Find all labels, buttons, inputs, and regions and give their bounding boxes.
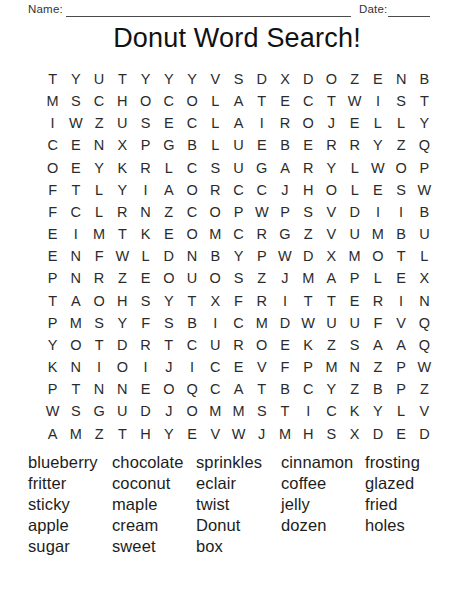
grid-cell[interactable]: S [390, 90, 413, 112]
grid-cell[interactable]: Y [366, 401, 389, 423]
grid-cell[interactable]: M [250, 312, 273, 334]
word-item: blueberry [28, 453, 98, 472]
grid-cell[interactable]: V [320, 201, 343, 223]
grid-cell[interactable]: A [41, 423, 64, 445]
grid-cell[interactable]: E [366, 68, 389, 90]
grid-cell[interactable]: A [227, 378, 250, 400]
grid-cell[interactable]: Z [343, 378, 366, 400]
grid-cell[interactable]: D [111, 334, 134, 356]
grid-cell[interactable]: V [413, 401, 436, 423]
grid-cell[interactable]: A [390, 334, 413, 356]
grid-cell[interactable]: O [204, 201, 227, 223]
grid-cell[interactable]: U [413, 223, 436, 245]
grid-cell[interactable]: V [320, 223, 343, 245]
grid-cell[interactable]: F [87, 245, 110, 267]
grid-cell[interactable]: S [204, 157, 227, 179]
grid-cell[interactable]: F [273, 356, 296, 378]
word-item: coffee [281, 474, 326, 493]
grid-cell[interactable]: X [413, 268, 436, 290]
grid-cell[interactable]: R [111, 201, 134, 223]
grid-cell[interactable]: G [250, 157, 273, 179]
grid-cell[interactable]: N [64, 245, 87, 267]
grid-cell[interactable]: T [320, 290, 343, 312]
word-item: eclair [196, 474, 236, 493]
grid-cell[interactable]: T [273, 401, 296, 423]
grid-cell[interactable]: C [180, 157, 203, 179]
grid-cell[interactable]: B [390, 223, 413, 245]
grid-cell[interactable]: N [64, 268, 87, 290]
grid-cell[interactable]: E [134, 268, 157, 290]
grid-cell[interactable]: G [87, 401, 110, 423]
grid-cell[interactable]: L [366, 112, 389, 134]
grid-cell[interactable]: P [41, 378, 64, 400]
grid-cell[interactable]: O [250, 334, 273, 356]
grid-cell[interactable]: E [390, 268, 413, 290]
grid-cell[interactable]: U [180, 268, 203, 290]
grid-cell[interactable]: W [41, 401, 64, 423]
grid-cell[interactable]: A [227, 112, 250, 134]
grid-cell[interactable]: B [180, 312, 203, 334]
grid-cell[interactable]: O [390, 157, 413, 179]
grid-cell[interactable]: A [366, 334, 389, 356]
grid-cell[interactable]: L [87, 201, 110, 223]
grid-cell[interactable]: H [297, 423, 320, 445]
grid-cell[interactable]: S [134, 112, 157, 134]
grid-cell[interactable]: U [111, 401, 134, 423]
grid-cell[interactable]: P [41, 312, 64, 334]
grid-cell[interactable]: C [64, 201, 87, 223]
grid-cell[interactable]: R [134, 157, 157, 179]
grid-cell[interactable]: Y [41, 334, 64, 356]
grid-cell[interactable]: T [250, 90, 273, 112]
grid-cell[interactable]: C [227, 312, 250, 334]
grid-cell[interactable]: E [273, 334, 296, 356]
grid-cell[interactable]: D [366, 423, 389, 445]
grid-cell[interactable]: Z [297, 223, 320, 245]
grid-cell[interactable]: E [343, 290, 366, 312]
grid-cell[interactable]: O [366, 245, 389, 267]
grid-cell[interactable]: U [320, 312, 343, 334]
word-item: sweet [112, 537, 156, 556]
grid-cell[interactable]: C [180, 334, 203, 356]
grid-cell[interactable]: M [64, 312, 87, 334]
grid-cell[interactable]: A [273, 157, 296, 179]
grid-cell[interactable]: W [413, 179, 436, 201]
grid-cell[interactable]: N [343, 356, 366, 378]
grid-cell[interactable]: S [250, 401, 273, 423]
word-item: glazed [365, 474, 414, 493]
grid-cell[interactable]: M [297, 268, 320, 290]
grid-cell[interactable]: L [204, 90, 227, 112]
grid-cell[interactable]: C [320, 401, 343, 423]
grid-cell[interactable]: I [134, 179, 157, 201]
grid-cell[interactable]: O [134, 90, 157, 112]
grid-cell[interactable]: E [227, 356, 250, 378]
grid-cell[interactable]: P [297, 356, 320, 378]
grid-cell[interactable]: V [204, 68, 227, 90]
grid-cell[interactable]: C [180, 201, 203, 223]
grid-cell[interactable]: T [157, 334, 180, 356]
grid-cell[interactable]: P [227, 201, 250, 223]
grid-cell[interactable]: L [204, 112, 227, 134]
grid-cell[interactable]: W [227, 423, 250, 445]
grid-cell[interactable]: B [273, 378, 296, 400]
grid-cell[interactable]: M [273, 423, 296, 445]
grid-cell[interactable]: M [204, 223, 227, 245]
grid-cell[interactable]: E [41, 223, 64, 245]
name-fill-in-line [66, 16, 351, 17]
grid-cell[interactable]: T [64, 179, 87, 201]
grid-cell[interactable]: Y [180, 68, 203, 90]
grid-cell[interactable]: N [111, 378, 134, 400]
grid-cell[interactable]: Y [87, 157, 110, 179]
grid-cell[interactable]: R [87, 268, 110, 290]
grid-cell[interactable]: O [64, 334, 87, 356]
grid-cell[interactable]: S [227, 268, 250, 290]
grid-cell[interactable]: L [390, 112, 413, 134]
grid-cell[interactable]: M [227, 401, 250, 423]
grid-cell[interactable]: K [134, 223, 157, 245]
word-item: cream [112, 516, 158, 535]
grid-cell[interactable]: Y [64, 68, 87, 90]
grid-cell[interactable]: O [204, 268, 227, 290]
grid-cell[interactable]: M [64, 423, 87, 445]
grid-cell[interactable]: T [390, 245, 413, 267]
grid-cell[interactable]: D [297, 68, 320, 90]
grid-cell[interactable]: C [297, 90, 320, 112]
grid-cell[interactable]: W [64, 112, 87, 134]
grid-cell[interactable]: K [297, 334, 320, 356]
grid-cell[interactable]: I [390, 290, 413, 312]
grid-cell[interactable]: W [111, 245, 134, 267]
grid-cell[interactable]: F [134, 312, 157, 334]
grid-cell[interactable]: C [204, 356, 227, 378]
grid-cell[interactable]: C [250, 179, 273, 201]
grid-cell[interactable]: Z [250, 268, 273, 290]
grid-cell[interactable]: I [87, 356, 110, 378]
grid-cell[interactable]: S [64, 401, 87, 423]
grid-cell[interactable]: N [134, 201, 157, 223]
grid-cell[interactable]: U [227, 157, 250, 179]
grid-cell[interactable]: Z [320, 334, 343, 356]
grid-cell[interactable]: Z [111, 268, 134, 290]
grid-cell[interactable]: Y [366, 135, 389, 157]
grid-cell[interactable]: K [343, 401, 366, 423]
grid-cell[interactable]: X [320, 245, 343, 267]
grid-cell[interactable]: T [297, 290, 320, 312]
grid-cell[interactable]: R [250, 290, 273, 312]
grid-cell[interactable]: H [111, 290, 134, 312]
grid-cell[interactable]: Q [180, 378, 203, 400]
grid-cell[interactable]: H [134, 423, 157, 445]
grid-cell[interactable]: A [320, 268, 343, 290]
grid-cell[interactable]: I [273, 290, 296, 312]
grid-cell[interactable]: F [41, 201, 64, 223]
grid-cell[interactable]: U [87, 68, 110, 90]
grid-cell[interactable]: D [250, 68, 273, 90]
grid-cell[interactable]: A [64, 290, 87, 312]
grid-cell[interactable]: B [180, 135, 203, 157]
grid-cell[interactable]: I [366, 90, 389, 112]
grid-cell[interactable]: R [273, 112, 296, 134]
grid-cell[interactable]: D [134, 401, 157, 423]
grid-cell[interactable]: O [157, 268, 180, 290]
grid-cell[interactable]: D [343, 201, 366, 223]
grid-cell[interactable]: X [204, 290, 227, 312]
grid-cell[interactable]: I [366, 201, 389, 223]
grid-cell[interactable]: L [366, 268, 389, 290]
grid-cell[interactable]: V [250, 356, 273, 378]
grid-cell[interactable]: I [204, 312, 227, 334]
grid-cell[interactable]: T [111, 68, 134, 90]
grid-cell[interactable]: V [390, 312, 413, 334]
grid-cell[interactable]: U [343, 223, 366, 245]
grid-cell[interactable]: L [204, 135, 227, 157]
grid-cell[interactable]: I [180, 356, 203, 378]
grid-cell[interactable]: N [413, 290, 436, 312]
grid-cell[interactable]: E [157, 223, 180, 245]
grid-cell[interactable]: Y [157, 290, 180, 312]
grid-cell[interactable]: W [343, 90, 366, 112]
grid-cell[interactable]: T [41, 68, 64, 90]
grid-cell[interactable]: Z [343, 68, 366, 90]
grid-cell[interactable]: O [297, 112, 320, 134]
grid-cell[interactable]: N [180, 245, 203, 267]
grid-cell[interactable]: R [366, 290, 389, 312]
grid-cell[interactable]: M [343, 245, 366, 267]
grid-cell[interactable]: N [87, 378, 110, 400]
grid-cell[interactable]: Z [87, 423, 110, 445]
grid-cell[interactable]: I [390, 201, 413, 223]
grid-cell[interactable]: U [227, 135, 250, 157]
grid-cell[interactable]: Y [320, 378, 343, 400]
grid-cell[interactable]: E [180, 423, 203, 445]
grid-cell[interactable]: B [273, 135, 296, 157]
grid-cell[interactable]: V [204, 423, 227, 445]
grid-cell[interactable]: M [204, 401, 227, 423]
grid-cell[interactable]: E [366, 179, 389, 201]
grid-cell[interactable]: I [134, 356, 157, 378]
grid-cell[interactable]: J [273, 268, 296, 290]
grid-cell[interactable]: Z [390, 135, 413, 157]
grid-cell[interactable]: P [413, 157, 436, 179]
grid-cell[interactable]: O [87, 290, 110, 312]
grid-cell[interactable]: J [157, 401, 180, 423]
grid-cell[interactable]: Q [413, 135, 436, 157]
grid-cell[interactable]: U [204, 334, 227, 356]
grid-cell[interactable]: T [111, 423, 134, 445]
grid-cell[interactable]: Q [413, 312, 436, 334]
grid-cell[interactable]: B [413, 201, 436, 223]
grid-cell[interactable]: C [297, 378, 320, 400]
grid-cell[interactable]: R [204, 179, 227, 201]
grid-cell[interactable]: G [273, 223, 296, 245]
grid-cell[interactable]: F [227, 290, 250, 312]
grid-cell[interactable]: D [273, 312, 296, 334]
grid-cell[interactable]: B [204, 245, 227, 267]
grid-cell[interactable]: O [180, 90, 203, 112]
grid-cell[interactable]: E [390, 423, 413, 445]
grid-cell[interactable]: P [390, 356, 413, 378]
grid-cell[interactable]: Y [157, 68, 180, 90]
grid-cell[interactable]: S [343, 334, 366, 356]
grid-cell[interactable]: E [297, 135, 320, 157]
grid-cell[interactable]: J [320, 112, 343, 134]
grid-cell[interactable]: Z [366, 356, 389, 378]
grid-cell[interactable]: S [87, 312, 110, 334]
grid-cell[interactable]: E [157, 112, 180, 134]
grid-cell[interactable]: N [87, 135, 110, 157]
grid-cell[interactable]: R [227, 334, 250, 356]
grid-cell[interactable]: F [366, 312, 389, 334]
grid-cell[interactable]: L [413, 245, 436, 267]
grid-cell[interactable]: C [180, 112, 203, 134]
grid-cell[interactable]: Y [320, 157, 343, 179]
grid-cell[interactable]: M [87, 223, 110, 245]
grid-cell[interactable]: S [134, 290, 157, 312]
grid-cell[interactable]: S [390, 179, 413, 201]
grid-cell[interactable]: O [41, 157, 64, 179]
grid-cell[interactable]: O [320, 179, 343, 201]
grid-cell[interactable]: S [297, 201, 320, 223]
grid-cell[interactable]: O [180, 179, 203, 201]
grid-cell[interactable]: O [157, 378, 180, 400]
grid-cell[interactable]: C [41, 135, 64, 157]
grid-cell[interactable]: H [297, 179, 320, 201]
grid-cell[interactable]: R [297, 157, 320, 179]
grid-cell[interactable]: Y [227, 245, 250, 267]
word-item: holes [365, 516, 405, 535]
word-item: box [196, 537, 223, 556]
grid-cell[interactable]: Y [134, 68, 157, 90]
grid-cell[interactable]: U [343, 312, 366, 334]
grid-cell[interactable]: E [64, 157, 87, 179]
grid-cell[interactable]: N [390, 68, 413, 90]
grid-cell[interactable]: S [320, 423, 343, 445]
grid-cell[interactable]: X [111, 135, 134, 157]
grid-cell[interactable]: O [180, 223, 203, 245]
grid-cell[interactable]: I [64, 223, 87, 245]
grid-cell[interactable]: I [41, 112, 64, 134]
grid-cell[interactable]: T [41, 290, 64, 312]
grid-cell[interactable]: M [41, 90, 64, 112]
grid-cell[interactable]: S [64, 90, 87, 112]
grid-cell[interactable]: R [134, 334, 157, 356]
grid-cell[interactable]: E [64, 135, 87, 157]
grid-cell[interactable]: D [297, 245, 320, 267]
grid-cell[interactable]: K [111, 157, 134, 179]
grid-cell[interactable]: Z [87, 112, 110, 134]
grid-cell[interactable]: E [273, 90, 296, 112]
grid-cell[interactable]: P [343, 268, 366, 290]
grid-cell[interactable]: R [250, 223, 273, 245]
grid-cell[interactable]: G [157, 135, 180, 157]
grid-cell[interactable]: Q [413, 334, 436, 356]
grid-cell[interactable]: B [366, 378, 389, 400]
grid-cell[interactable]: I [297, 401, 320, 423]
grid-cell[interactable]: U [111, 112, 134, 134]
grid-cell[interactable]: P [390, 378, 413, 400]
grid-cell[interactable]: O [320, 68, 343, 90]
grid-cell[interactable]: T [320, 90, 343, 112]
grid-cell[interactable]: N [64, 356, 87, 378]
grid-cell[interactable]: J [157, 356, 180, 378]
grid-cell[interactable]: B [413, 68, 436, 90]
grid-cell[interactable]: L [343, 179, 366, 201]
word-item: chocolate [112, 453, 184, 472]
grid-cell[interactable]: H [111, 90, 134, 112]
grid-cell[interactable]: S [157, 312, 180, 334]
grid-cell[interactable]: L [157, 157, 180, 179]
grid-cell[interactable]: D [413, 423, 436, 445]
grid-cell[interactable]: O [111, 356, 134, 378]
grid-cell[interactable]: E [134, 378, 157, 400]
grid-cell[interactable]: E [343, 112, 366, 134]
grid-cell[interactable]: J [250, 423, 273, 445]
grid-cell[interactable]: T [87, 334, 110, 356]
grid-cell[interactable]: T [250, 378, 273, 400]
grid-cell[interactable]: L [87, 179, 110, 201]
grid-cell[interactable]: S [227, 68, 250, 90]
grid-cell[interactable]: T [64, 378, 87, 400]
grid-cell[interactable]: Y [157, 423, 180, 445]
grid-cell[interactable]: E [41, 245, 64, 267]
grid-cell[interactable]: X [273, 68, 296, 90]
grid-cell[interactable]: L [390, 401, 413, 423]
grid-cell[interactable]: C [204, 378, 227, 400]
grid-cell[interactable]: C [157, 90, 180, 112]
grid-cell[interactable]: X [343, 423, 366, 445]
grid-cell[interactable]: M [320, 356, 343, 378]
grid-cell[interactable]: L [134, 245, 157, 267]
grid-cell[interactable]: J [273, 179, 296, 201]
grid-cell[interactable]: D [157, 245, 180, 267]
grid-cell[interactable]: K [41, 356, 64, 378]
grid-cell[interactable]: P [134, 135, 157, 157]
grid-cell[interactable]: C [87, 90, 110, 112]
grid-cell[interactable]: P [250, 245, 273, 267]
grid-cell[interactable]: C [227, 223, 250, 245]
grid-cell[interactable]: L [343, 157, 366, 179]
grid-cell[interactable]: C [227, 179, 250, 201]
grid-cell[interactable]: M [366, 223, 389, 245]
grid-cell[interactable]: W [366, 157, 389, 179]
grid-cell[interactable]: W [297, 312, 320, 334]
grid-cell[interactable]: Y [111, 179, 134, 201]
grid-cell[interactable]: O [180, 401, 203, 423]
grid-cell[interactable]: P [41, 268, 64, 290]
grid-cell[interactable]: Y [413, 112, 436, 134]
grid-cell[interactable]: Y [111, 312, 134, 334]
grid-cell[interactable]: A [157, 179, 180, 201]
grid-cell[interactable]: A [227, 90, 250, 112]
grid-cell[interactable]: T [180, 290, 203, 312]
grid-cell[interactable]: R [320, 135, 343, 157]
grid-cell[interactable]: I [250, 112, 273, 134]
grid-cell[interactable]: P [273, 201, 296, 223]
grid-cell[interactable]: W [413, 356, 436, 378]
grid-cell[interactable]: T [413, 90, 436, 112]
date-label: Date: [359, 3, 388, 15]
grid-cell[interactable]: Z [157, 201, 180, 223]
grid-cell[interactable]: Z [413, 378, 436, 400]
grid-cell[interactable]: T [111, 223, 134, 245]
grid-cell[interactable]: R [343, 135, 366, 157]
grid-cell[interactable]: F [41, 179, 64, 201]
grid-cell[interactable]: E [250, 135, 273, 157]
grid-cell[interactable]: W [273, 245, 296, 267]
grid-cell[interactable]: W [250, 201, 273, 223]
